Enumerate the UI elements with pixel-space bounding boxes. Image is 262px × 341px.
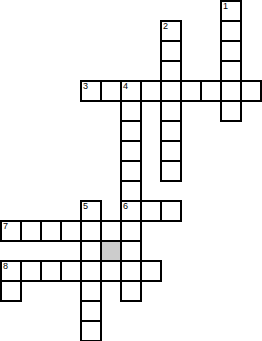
crossword-cell[interactable] — [120, 180, 142, 202]
crossword-cell[interactable] — [160, 200, 182, 222]
crossword-cell[interactable] — [40, 260, 62, 282]
crossword-cell[interactable] — [140, 260, 162, 282]
crossword-cell[interactable] — [100, 80, 122, 102]
crossword-cell[interactable] — [160, 140, 182, 162]
crossword-cell[interactable] — [160, 160, 182, 182]
crossword-cell[interactable] — [160, 100, 182, 122]
clue-number: 1 — [223, 2, 228, 11]
crossword-cell[interactable] — [220, 60, 242, 82]
crossword-cell[interactable] — [80, 220, 102, 242]
crossword-cell[interactable] — [160, 80, 182, 102]
crossword-cell[interactable] — [120, 160, 142, 182]
crossword-cell[interactable] — [220, 40, 242, 62]
crossword-cell[interactable] — [140, 80, 162, 102]
crossword-cell[interactable] — [140, 200, 162, 222]
clue-number: 7 — [3, 222, 8, 231]
crossword-cell[interactable] — [80, 260, 102, 282]
clue-number: 3 — [83, 82, 88, 91]
crossword-cell[interactable] — [120, 240, 142, 262]
clue-number: 4 — [123, 82, 128, 91]
crossword-cell[interactable]: 8 — [0, 260, 22, 282]
clue-number: 6 — [123, 202, 128, 211]
crossword-cell[interactable] — [60, 220, 82, 242]
crossword-cell[interactable] — [100, 220, 122, 242]
crossword-cell[interactable] — [160, 40, 182, 62]
shaded-cell[interactable] — [100, 240, 122, 262]
crossword-cell[interactable] — [0, 280, 22, 302]
crossword-cell[interactable]: 4 — [120, 80, 142, 102]
crossword-cell[interactable] — [120, 140, 142, 162]
crossword-cell[interactable] — [20, 260, 42, 282]
crossword-cell[interactable]: 7 — [0, 220, 22, 242]
crossword-cell[interactable]: 5 — [80, 200, 102, 222]
crossword-cell[interactable]: 3 — [80, 80, 102, 102]
crossword-cell[interactable] — [120, 260, 142, 282]
crossword-cell[interactable] — [180, 80, 202, 102]
crossword-board: 12345678 — [0, 0, 262, 341]
crossword-cell[interactable] — [120, 100, 142, 122]
crossword-cell[interactable] — [220, 80, 242, 102]
crossword-cell[interactable] — [120, 280, 142, 302]
crossword-cell[interactable] — [160, 120, 182, 142]
crossword-cell[interactable] — [60, 260, 82, 282]
clue-number: 8 — [3, 262, 8, 271]
crossword-cell[interactable] — [80, 320, 102, 341]
crossword-cell[interactable] — [20, 220, 42, 242]
crossword-cell[interactable] — [120, 220, 142, 242]
clue-number: 5 — [83, 202, 88, 211]
crossword-cell[interactable] — [160, 60, 182, 82]
crossword-cell[interactable] — [120, 120, 142, 142]
crossword-cell[interactable]: 2 — [160, 20, 182, 42]
clue-number: 2 — [163, 22, 168, 31]
crossword-cell[interactable] — [80, 280, 102, 302]
crossword-cell[interactable] — [80, 300, 102, 322]
crossword-cell[interactable]: 1 — [220, 0, 242, 22]
crossword-cell[interactable] — [100, 260, 122, 282]
crossword-cell[interactable] — [80, 240, 102, 262]
crossword-cell[interactable] — [240, 80, 262, 102]
crossword-cell[interactable] — [200, 80, 222, 102]
crossword-cell[interactable] — [220, 20, 242, 42]
crossword-cell[interactable] — [220, 100, 242, 122]
crossword-cell[interactable]: 6 — [120, 200, 142, 222]
crossword-cell[interactable] — [40, 220, 62, 242]
